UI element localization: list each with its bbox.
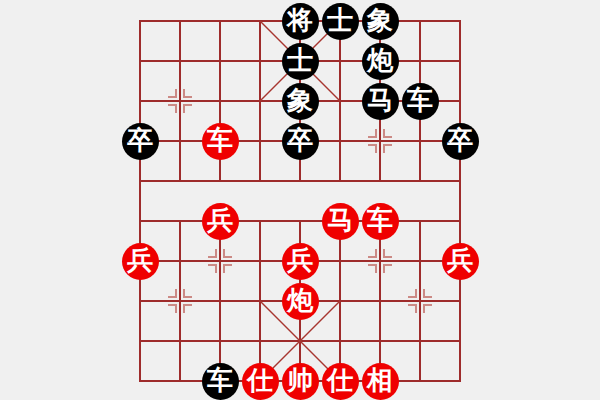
point-marker-corner xyxy=(223,264,232,273)
point-marker-corner xyxy=(183,89,192,98)
point-marker-corner xyxy=(368,144,377,153)
red-elephant[interactable]: 相 xyxy=(362,363,399,400)
red-soldier[interactable]: 兵 xyxy=(282,243,319,280)
red-chariot[interactable]: 车 xyxy=(362,203,399,240)
red-horse[interactable]: 马 xyxy=(322,203,359,240)
point-marker-corner xyxy=(383,264,392,273)
point-marker-corner xyxy=(423,289,432,298)
point-marker xyxy=(168,89,192,113)
point-marker-corner xyxy=(168,304,177,313)
black-horse[interactable]: 马 xyxy=(362,83,399,120)
black-elephant[interactable]: 象 xyxy=(362,3,399,40)
point-marker xyxy=(368,249,392,273)
red-chariot[interactable]: 车 xyxy=(202,123,239,160)
point-marker-corner xyxy=(208,264,217,273)
black-soldier[interactable]: 卒 xyxy=(282,123,319,160)
black-elephant[interactable]: 象 xyxy=(282,83,319,120)
point-marker-corner xyxy=(208,249,217,258)
point-marker-corner xyxy=(168,289,177,298)
xiangqi-board[interactable]: 将士象士炮象马车卒车卒卒兵马车兵兵兵炮车仕帅仕相 xyxy=(0,0,600,400)
point-marker-corner xyxy=(408,304,417,313)
point-marker xyxy=(408,289,432,313)
point-marker-corner xyxy=(383,249,392,258)
point-marker-corner xyxy=(383,129,392,138)
point-marker-corner xyxy=(168,104,177,113)
red-soldier[interactable]: 兵 xyxy=(442,243,479,280)
black-chariot[interactable]: 车 xyxy=(402,83,439,120)
red-soldier[interactable]: 兵 xyxy=(122,243,159,280)
black-chariot[interactable]: 车 xyxy=(202,363,239,400)
black-soldier[interactable]: 卒 xyxy=(442,123,479,160)
point-marker-corner xyxy=(168,89,177,98)
point-marker-corner xyxy=(383,144,392,153)
point-marker-corner xyxy=(423,304,432,313)
red-general[interactable]: 帅 xyxy=(282,363,319,400)
point-marker-corner xyxy=(368,264,377,273)
black-cannon[interactable]: 炮 xyxy=(362,43,399,80)
point-marker-corner xyxy=(368,129,377,138)
red-cannon[interactable]: 炮 xyxy=(282,283,319,320)
point-marker-corner xyxy=(408,289,417,298)
black-advisor[interactable]: 士 xyxy=(322,3,359,40)
point-marker-corner xyxy=(183,289,192,298)
point-marker xyxy=(168,289,192,313)
point-marker xyxy=(208,249,232,273)
black-soldier[interactable]: 卒 xyxy=(122,123,159,160)
black-advisor[interactable]: 士 xyxy=(282,43,319,80)
red-soldier[interactable]: 兵 xyxy=(202,203,239,240)
point-marker-corner xyxy=(183,304,192,313)
point-marker-corner xyxy=(368,249,377,258)
red-advisor[interactable]: 仕 xyxy=(242,363,279,400)
point-marker xyxy=(368,129,392,153)
black-general[interactable]: 将 xyxy=(282,3,319,40)
red-advisor[interactable]: 仕 xyxy=(322,363,359,400)
point-marker-corner xyxy=(183,104,192,113)
point-marker-corner xyxy=(223,249,232,258)
